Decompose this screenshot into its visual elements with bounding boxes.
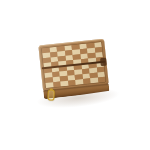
board-top-face	[38, 39, 108, 92]
board-square	[98, 77, 106, 83]
brass-clasp-hook-icon	[47, 89, 55, 100]
hinge-recess	[100, 58, 107, 67]
folded-chess-box	[38, 39, 109, 100]
product-photo	[0, 0, 150, 150]
